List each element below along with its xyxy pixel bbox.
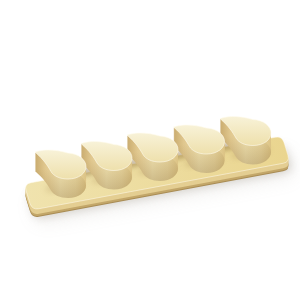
scene-svg — [0, 0, 300, 300]
product-photo: Five cream teardrop-shaped blocks mounte… — [0, 0, 300, 300]
